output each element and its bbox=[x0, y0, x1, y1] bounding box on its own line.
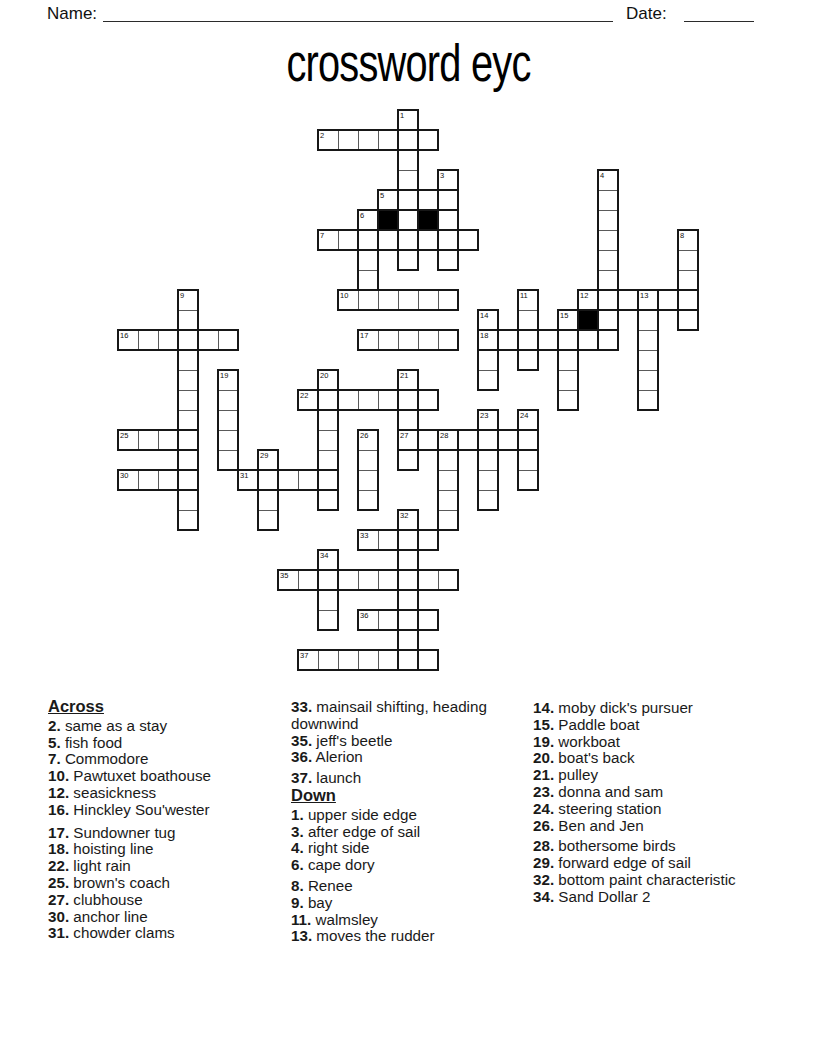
grid-cell[interactable] bbox=[178, 390, 199, 411]
grid-cell[interactable] bbox=[378, 530, 399, 551]
grid-cell[interactable] bbox=[218, 330, 239, 351]
grid-cell[interactable] bbox=[518, 430, 539, 451]
clue-item: 5. fish food bbox=[48, 735, 280, 752]
black-cell bbox=[578, 310, 599, 331]
grid-cell[interactable] bbox=[138, 470, 159, 491]
grid-cell[interactable] bbox=[498, 330, 519, 351]
clue-number-cell: 30 bbox=[120, 472, 128, 480]
clue-item: 35. jeff's beetle bbox=[291, 733, 515, 750]
grid-cell[interactable] bbox=[398, 610, 419, 631]
clue-number-cell: 28 bbox=[440, 432, 448, 440]
grid-cell[interactable] bbox=[298, 570, 319, 591]
grid-cell[interactable] bbox=[418, 330, 439, 351]
clue-column-3: 14. moby dick's pursuer15. Paddle boat19… bbox=[533, 700, 738, 906]
grid-cell[interactable] bbox=[398, 210, 419, 231]
grid-cell[interactable] bbox=[538, 330, 559, 351]
grid-cell[interactable] bbox=[438, 470, 459, 491]
grid-cell[interactable] bbox=[158, 430, 179, 451]
clue-number-cell: 4 bbox=[600, 172, 604, 180]
clue-number-cell: 2 bbox=[320, 132, 324, 140]
grid-cell[interactable] bbox=[338, 650, 359, 671]
clue-item: 33. mainsail shifting, heading downwind bbox=[291, 699, 515, 733]
grid-cell[interactable] bbox=[438, 190, 459, 211]
grid-cell[interactable] bbox=[378, 390, 399, 411]
clue-number-cell: 23 bbox=[480, 412, 488, 420]
grid-cell[interactable] bbox=[418, 650, 439, 671]
clue-item: 23. donna and sam bbox=[533, 784, 738, 801]
grid-cell[interactable] bbox=[378, 130, 399, 151]
clue-item: 7. Commodore bbox=[48, 751, 280, 768]
grid-cell[interactable] bbox=[558, 370, 579, 391]
grid-cell[interactable] bbox=[438, 450, 459, 471]
grid-cell[interactable] bbox=[358, 130, 379, 151]
grid-cell[interactable] bbox=[678, 290, 699, 311]
grid-cell[interactable] bbox=[438, 490, 459, 511]
clue-number-cell: 5 bbox=[380, 192, 384, 200]
grid-cell[interactable] bbox=[318, 650, 339, 671]
grid-cell[interactable] bbox=[398, 290, 419, 311]
date-input-line[interactable] bbox=[684, 21, 754, 22]
grid-cell[interactable] bbox=[438, 210, 459, 231]
grid-cell[interactable] bbox=[358, 390, 379, 411]
clue-item: 27. clubhouse bbox=[48, 892, 280, 909]
clue-item: 26. Ben and Jen bbox=[533, 818, 738, 835]
grid-cell[interactable] bbox=[518, 330, 539, 351]
grid-cell[interactable] bbox=[298, 470, 319, 491]
clue-number-cell: 31 bbox=[240, 472, 248, 480]
grid-cell[interactable] bbox=[418, 190, 439, 211]
black-cell bbox=[378, 210, 399, 231]
clue-number-cell: 19 bbox=[220, 372, 228, 380]
grid-cell[interactable] bbox=[478, 470, 499, 491]
clue-number-cell: 6 bbox=[360, 212, 364, 220]
grid-cell[interactable] bbox=[358, 650, 379, 671]
clue-item: 16. Hinckley Sou'wester bbox=[48, 802, 280, 819]
clue-item: 31. chowder clams bbox=[48, 925, 280, 942]
grid-cell[interactable] bbox=[478, 370, 499, 391]
grid-cell[interactable] bbox=[578, 330, 599, 351]
grid-cell[interactable] bbox=[358, 230, 379, 251]
clue-number-cell: 17 bbox=[360, 332, 368, 340]
grid-cell[interactable] bbox=[218, 390, 239, 411]
grid-cell[interactable] bbox=[358, 570, 379, 591]
clue-item: 18. hoisting line bbox=[48, 841, 280, 858]
grid-cell[interactable] bbox=[438, 230, 459, 251]
date-label: Date: bbox=[626, 4, 667, 24]
clue-item: 24. steering station bbox=[533, 801, 738, 818]
clue-item: 1. upper side edge bbox=[291, 807, 515, 824]
grid-cell[interactable] bbox=[338, 390, 359, 411]
grid-cell[interactable] bbox=[678, 270, 699, 291]
clue-item: 15. Paddle boat bbox=[533, 717, 738, 734]
name-input-line[interactable] bbox=[103, 21, 613, 22]
grid-cell[interactable] bbox=[438, 570, 459, 591]
grid-cell[interactable] bbox=[378, 330, 399, 351]
grid-cell[interactable] bbox=[338, 130, 359, 151]
grid-cell[interactable] bbox=[358, 470, 379, 491]
grid-cell[interactable] bbox=[678, 250, 699, 271]
grid-cell[interactable] bbox=[378, 650, 399, 671]
clue-number-cell: 12 bbox=[580, 292, 588, 300]
clue-number-cell: 13 bbox=[640, 292, 648, 300]
grid-cell[interactable] bbox=[398, 530, 419, 551]
grid-cell[interactable] bbox=[178, 490, 199, 511]
clue-column-2: 33. mainsail shifting, heading downwind3… bbox=[291, 699, 515, 945]
grid-cell[interactable] bbox=[418, 390, 439, 411]
grid-cell[interactable] bbox=[398, 450, 419, 471]
clue-item: 3. after edge of sail bbox=[291, 824, 515, 841]
down-header: Down bbox=[291, 787, 515, 804]
clue-item: 19. workboat bbox=[533, 734, 738, 751]
clue-item: 6. cape dory bbox=[291, 857, 515, 874]
grid-cell[interactable] bbox=[458, 230, 479, 251]
clue-item: 37. launch bbox=[291, 770, 515, 787]
grid-cell[interactable] bbox=[178, 350, 199, 371]
grid-cell[interactable] bbox=[218, 410, 239, 431]
grid-cell[interactable] bbox=[258, 470, 279, 491]
grid-cell[interactable] bbox=[178, 410, 199, 431]
grid-cell[interactable] bbox=[598, 210, 619, 231]
clue-number-cell: 7 bbox=[320, 232, 324, 240]
grid-cell[interactable] bbox=[398, 630, 419, 651]
grid-cell[interactable] bbox=[178, 370, 199, 391]
grid-cell[interactable] bbox=[558, 390, 579, 411]
name-label: Name: bbox=[47, 4, 97, 24]
clue-number-cell: 27 bbox=[400, 432, 408, 440]
grid-cell[interactable] bbox=[218, 450, 239, 471]
grid-cell[interactable] bbox=[318, 430, 339, 451]
clue-item: 20. boat's back bbox=[533, 750, 738, 767]
grid-cell[interactable] bbox=[318, 410, 339, 431]
grid-cell[interactable] bbox=[318, 390, 339, 411]
clue-number-cell: 29 bbox=[260, 452, 268, 460]
grid-cell[interactable] bbox=[178, 330, 199, 351]
clue-number-cell: 18 bbox=[480, 332, 488, 340]
clue-column-1: Across2. same as a stay5. fish food7. Co… bbox=[48, 698, 280, 942]
grid-cell[interactable] bbox=[398, 410, 419, 431]
grid-cell[interactable] bbox=[318, 470, 339, 491]
grid-cell[interactable] bbox=[638, 330, 659, 351]
grid-cell[interactable] bbox=[198, 330, 219, 351]
grid-cell[interactable] bbox=[398, 130, 419, 151]
clue-number-cell: 20 bbox=[320, 372, 328, 380]
clue-number-cell: 14 bbox=[480, 312, 488, 320]
clue-item: 17. Sundowner tug bbox=[48, 825, 280, 842]
clue-number-cell: 10 bbox=[340, 292, 348, 300]
clue-item: 2. same as a stay bbox=[48, 718, 280, 735]
grid-cell[interactable] bbox=[418, 290, 439, 311]
grid-cell[interactable] bbox=[598, 310, 619, 331]
grid-cell[interactable] bbox=[598, 230, 619, 251]
grid-cell[interactable] bbox=[358, 270, 379, 291]
grid-cell[interactable] bbox=[318, 450, 339, 471]
grid-cell[interactable] bbox=[598, 190, 619, 211]
grid-cell[interactable] bbox=[398, 250, 419, 271]
grid-cell[interactable] bbox=[638, 390, 659, 411]
grid-cell[interactable] bbox=[478, 350, 499, 371]
grid-cell[interactable] bbox=[398, 590, 419, 611]
grid-cell[interactable] bbox=[398, 190, 419, 211]
clue-item: 21. pulley bbox=[533, 767, 738, 784]
clue-number-cell: 35 bbox=[280, 572, 288, 580]
grid-cell[interactable] bbox=[518, 450, 539, 471]
grid-cell[interactable] bbox=[258, 490, 279, 511]
grid-cell[interactable] bbox=[418, 130, 439, 151]
grid-cell[interactable] bbox=[598, 290, 619, 311]
clue-number-cell: 8 bbox=[680, 232, 684, 240]
grid-cell[interactable] bbox=[138, 430, 159, 451]
grid-cell[interactable] bbox=[398, 650, 419, 671]
grid-cell[interactable] bbox=[658, 290, 679, 311]
grid-cell[interactable] bbox=[418, 430, 439, 451]
grid-cell[interactable] bbox=[638, 310, 659, 331]
grid-cell[interactable] bbox=[418, 610, 439, 631]
clue-number-cell: 33 bbox=[360, 532, 368, 540]
clue-item: 36. Alerion bbox=[291, 749, 515, 766]
grid-cell[interactable] bbox=[398, 170, 419, 191]
puzzle-title: crossword eyc bbox=[0, 34, 816, 93]
clue-item: 25. brown's coach bbox=[48, 875, 280, 892]
clue-item: 30. anchor line bbox=[48, 909, 280, 926]
grid-cell[interactable] bbox=[478, 430, 499, 451]
grid-cell[interactable] bbox=[278, 470, 299, 491]
clue-item: 4. right side bbox=[291, 840, 515, 857]
clue-number-cell: 11 bbox=[520, 292, 528, 300]
clue-item: 14. moby dick's pursuer bbox=[533, 700, 738, 717]
clue-item: 28. bothersome birds bbox=[533, 838, 738, 855]
grid-cell[interactable] bbox=[258, 510, 279, 531]
clue-item: 11. walmsley bbox=[291, 912, 515, 929]
grid-cell[interactable] bbox=[138, 330, 159, 351]
clue-item: 13. moves the rudder bbox=[291, 928, 515, 945]
grid-cell[interactable] bbox=[358, 490, 379, 511]
grid-cell[interactable] bbox=[398, 150, 419, 171]
clue-item: 32. bottom paint characteristic bbox=[533, 872, 738, 889]
grid-cell[interactable] bbox=[398, 570, 419, 591]
grid-cell[interactable] bbox=[518, 350, 539, 371]
clue-item: 8. Renee bbox=[291, 878, 515, 895]
grid-cell[interactable] bbox=[358, 450, 379, 471]
grid-cell[interactable] bbox=[478, 490, 499, 511]
grid-cell[interactable] bbox=[598, 330, 619, 351]
across-header: Across bbox=[48, 698, 280, 715]
grid-cell[interactable] bbox=[678, 310, 699, 331]
clue-item: 29. forward edge of sail bbox=[533, 855, 738, 872]
grid-cell[interactable] bbox=[338, 570, 359, 591]
grid-cell[interactable] bbox=[178, 510, 199, 531]
grid-cell[interactable] bbox=[598, 250, 619, 271]
grid-cell[interactable] bbox=[418, 570, 439, 591]
grid-cell[interactable] bbox=[398, 230, 419, 251]
grid-cell[interactable] bbox=[418, 230, 439, 251]
clue-number-cell: 34 bbox=[320, 552, 328, 560]
grid-cell[interactable] bbox=[318, 490, 339, 511]
clue-number-cell: 32 bbox=[400, 512, 408, 520]
grid-cell[interactable] bbox=[638, 350, 659, 371]
grid-cell[interactable] bbox=[498, 430, 519, 451]
grid-cell[interactable] bbox=[378, 230, 399, 251]
grid-cell[interactable] bbox=[458, 430, 479, 451]
clue-item: 22. light rain bbox=[48, 858, 280, 875]
grid-cell[interactable] bbox=[178, 450, 199, 471]
clue-number-cell: 26 bbox=[360, 432, 368, 440]
clue-number-cell: 25 bbox=[120, 432, 128, 440]
grid-cell[interactable] bbox=[398, 550, 419, 571]
clue-item: 9. bay bbox=[291, 895, 515, 912]
grid-cell[interactable] bbox=[478, 450, 499, 471]
black-cell bbox=[418, 210, 439, 231]
worksheet-page: Name: Date: crossword eyc 12345678910111… bbox=[0, 0, 816, 1056]
grid-cell[interactable] bbox=[158, 470, 179, 491]
grid-cell[interactable] bbox=[598, 270, 619, 291]
clue-item: 34. Sand Dollar 2 bbox=[533, 889, 738, 906]
clue-number-cell: 3 bbox=[440, 172, 444, 180]
clue-number-cell: 21 bbox=[400, 372, 408, 380]
grid-cell[interactable] bbox=[218, 430, 239, 451]
grid-cell[interactable] bbox=[618, 290, 639, 311]
grid-cell[interactable] bbox=[398, 330, 419, 351]
grid-cell[interactable] bbox=[398, 390, 419, 411]
grid-cell[interactable] bbox=[338, 230, 359, 251]
clue-number-cell: 24 bbox=[520, 412, 528, 420]
grid-cell[interactable] bbox=[638, 370, 659, 391]
clue-number-cell: 36 bbox=[360, 612, 368, 620]
grid-cell[interactable] bbox=[518, 470, 539, 491]
grid-cell[interactable] bbox=[358, 290, 379, 311]
grid-cell[interactable] bbox=[438, 330, 459, 351]
clue-item: 12. seasickness bbox=[48, 785, 280, 802]
grid-cell[interactable] bbox=[558, 330, 579, 351]
grid-cell[interactable] bbox=[158, 330, 179, 351]
clue-number-cell: 15 bbox=[560, 312, 568, 320]
grid-cell[interactable] bbox=[378, 610, 399, 631]
grid-cell[interactable] bbox=[318, 570, 339, 591]
grid-cell[interactable] bbox=[438, 250, 459, 271]
grid-cell[interactable] bbox=[558, 350, 579, 371]
grid-cell[interactable] bbox=[438, 510, 459, 531]
clue-item: 10. Pawtuxet boathouse bbox=[48, 768, 280, 785]
grid-cell[interactable] bbox=[178, 310, 199, 331]
grid-cell[interactable] bbox=[178, 430, 199, 451]
grid-cell[interactable] bbox=[518, 310, 539, 331]
grid-cell[interactable] bbox=[378, 570, 399, 591]
clue-number-cell: 37 bbox=[300, 652, 308, 660]
grid-cell[interactable] bbox=[178, 470, 199, 491]
clue-number-cell: 9 bbox=[180, 292, 184, 300]
clue-number-cell: 1 bbox=[400, 112, 404, 120]
grid-cell[interactable] bbox=[438, 290, 459, 311]
grid-cell[interactable] bbox=[318, 590, 339, 611]
grid-cell[interactable] bbox=[318, 610, 339, 631]
clue-number-cell: 22 bbox=[300, 392, 308, 400]
grid-cell[interactable] bbox=[358, 250, 379, 271]
clue-number-cell: 16 bbox=[120, 332, 128, 340]
grid-cell[interactable] bbox=[418, 530, 439, 551]
grid-cell[interactable] bbox=[378, 290, 399, 311]
